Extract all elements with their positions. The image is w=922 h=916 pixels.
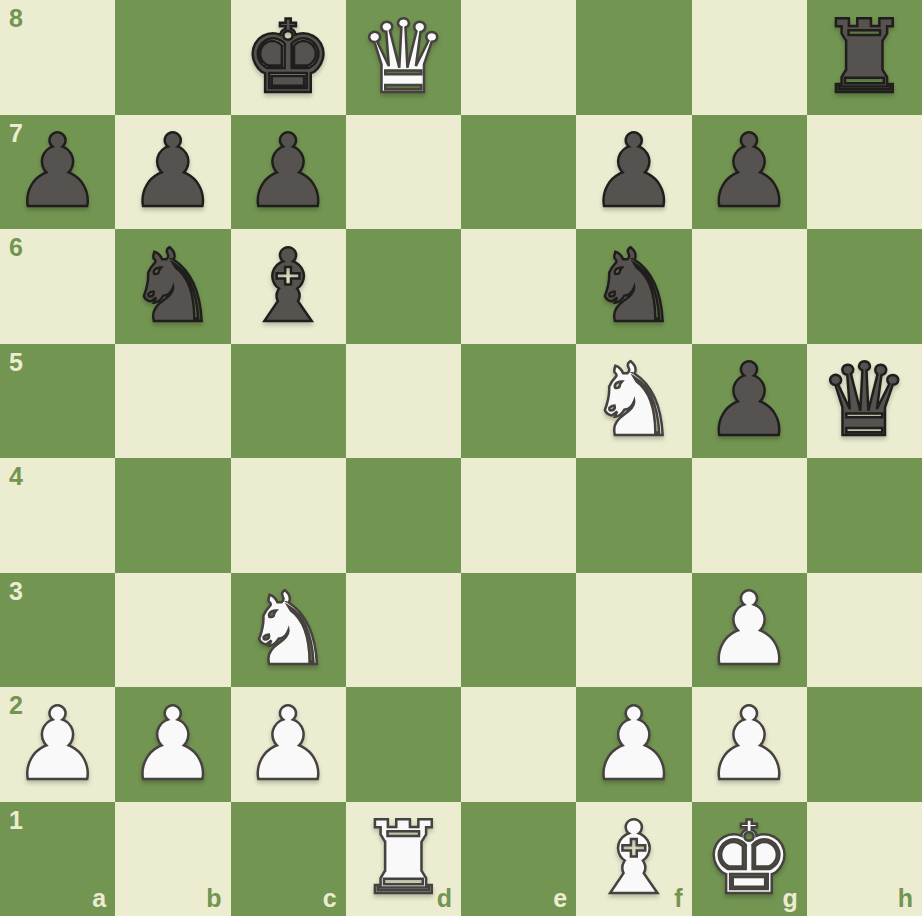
piece-white-pawn-a2[interactable]: ♟	[12, 694, 103, 795]
square-d5[interactable]	[346, 344, 461, 459]
square-e8[interactable]	[461, 0, 576, 115]
square-d7[interactable]	[346, 115, 461, 230]
file-label-b: b	[206, 886, 221, 911]
file-label-c: c	[323, 886, 337, 911]
square-d4[interactable]	[346, 458, 461, 573]
square-b6[interactable]: ♞	[115, 229, 230, 344]
square-e6[interactable]	[461, 229, 576, 344]
square-h2[interactable]	[807, 687, 922, 802]
file-label-a: a	[92, 886, 106, 911]
square-b1[interactable]: b	[115, 802, 230, 916]
rank-label-1: 1	[9, 808, 23, 833]
piece-black-pawn-b7[interactable]: ♟	[128, 121, 219, 222]
square-a1[interactable]: 1a	[0, 802, 115, 916]
square-d8[interactable]: ♛	[346, 0, 461, 115]
chess-board: 8♚♛♜7♟♟♟♟♟6♞♝♞5♞♟♛43♞♟2♟♟♟♟♟1abcd♜ef♝g♚h	[0, 0, 922, 916]
square-a8[interactable]: 8	[0, 0, 115, 115]
square-a3[interactable]: 3	[0, 573, 115, 688]
square-c8[interactable]: ♚	[231, 0, 346, 115]
square-c7[interactable]: ♟	[231, 115, 346, 230]
square-c4[interactable]	[231, 458, 346, 573]
square-e7[interactable]	[461, 115, 576, 230]
piece-black-knight-f6[interactable]: ♞	[589, 236, 680, 337]
square-a7[interactable]: 7♟	[0, 115, 115, 230]
piece-white-rook-d1[interactable]: ♜	[358, 808, 449, 909]
piece-black-pawn-g5[interactable]: ♟	[704, 350, 795, 451]
piece-white-pawn-f2[interactable]: ♟	[589, 694, 680, 795]
piece-black-king-c8[interactable]: ♚	[243, 7, 334, 108]
piece-black-pawn-c7[interactable]: ♟	[243, 121, 334, 222]
square-c2[interactable]: ♟	[231, 687, 346, 802]
square-d6[interactable]	[346, 229, 461, 344]
piece-white-king-g1[interactable]: ♚	[704, 808, 795, 909]
piece-white-knight-f5[interactable]: ♞	[589, 350, 680, 451]
piece-black-queen-h5[interactable]: ♛	[819, 350, 910, 451]
square-h5[interactable]: ♛	[807, 344, 922, 459]
piece-white-pawn-g3[interactable]: ♟	[704, 579, 795, 680]
rank-label-6: 6	[9, 235, 23, 260]
square-c1[interactable]: c	[231, 802, 346, 916]
square-g5[interactable]: ♟	[692, 344, 807, 459]
square-g2[interactable]: ♟	[692, 687, 807, 802]
square-h3[interactable]	[807, 573, 922, 688]
square-b7[interactable]: ♟	[115, 115, 230, 230]
square-g8[interactable]	[692, 0, 807, 115]
square-e3[interactable]	[461, 573, 576, 688]
square-a5[interactable]: 5	[0, 344, 115, 459]
piece-white-pawn-g2[interactable]: ♟	[704, 694, 795, 795]
piece-black-pawn-f7[interactable]: ♟	[589, 121, 680, 222]
square-f8[interactable]	[576, 0, 691, 115]
square-f2[interactable]: ♟	[576, 687, 691, 802]
file-label-e: e	[553, 886, 567, 911]
file-label-h: h	[898, 886, 913, 911]
square-b4[interactable]	[115, 458, 230, 573]
square-h1[interactable]: h	[807, 802, 922, 916]
square-c6[interactable]: ♝	[231, 229, 346, 344]
square-b5[interactable]	[115, 344, 230, 459]
square-h6[interactable]	[807, 229, 922, 344]
square-a2[interactable]: 2♟	[0, 687, 115, 802]
square-g3[interactable]: ♟	[692, 573, 807, 688]
square-g6[interactable]	[692, 229, 807, 344]
square-e4[interactable]	[461, 458, 576, 573]
square-h8[interactable]: ♜	[807, 0, 922, 115]
rank-label-4: 4	[9, 464, 23, 489]
piece-white-queen-d8[interactable]: ♛	[358, 7, 449, 108]
square-c3[interactable]: ♞	[231, 573, 346, 688]
square-f4[interactable]	[576, 458, 691, 573]
square-g1[interactable]: g♚	[692, 802, 807, 916]
square-f1[interactable]: f♝	[576, 802, 691, 916]
square-b3[interactable]	[115, 573, 230, 688]
piece-black-pawn-a7[interactable]: ♟	[12, 121, 103, 222]
piece-black-rook-h8[interactable]: ♜	[819, 7, 910, 108]
rank-label-8: 8	[9, 6, 23, 31]
square-f5[interactable]: ♞	[576, 344, 691, 459]
piece-black-pawn-g7[interactable]: ♟	[704, 121, 795, 222]
square-d1[interactable]: d♜	[346, 802, 461, 916]
piece-white-pawn-b2[interactable]: ♟	[128, 694, 219, 795]
square-f3[interactable]	[576, 573, 691, 688]
square-a6[interactable]: 6	[0, 229, 115, 344]
piece-black-bishop-c6[interactable]: ♝	[243, 236, 334, 337]
square-d3[interactable]	[346, 573, 461, 688]
piece-white-bishop-f1[interactable]: ♝	[589, 808, 680, 909]
square-h4[interactable]	[807, 458, 922, 573]
square-e1[interactable]: e	[461, 802, 576, 916]
square-b2[interactable]: ♟	[115, 687, 230, 802]
piece-white-knight-c3[interactable]: ♞	[243, 579, 334, 680]
square-f7[interactable]: ♟	[576, 115, 691, 230]
rank-label-3: 3	[9, 579, 23, 604]
piece-white-pawn-c2[interactable]: ♟	[243, 694, 334, 795]
rank-label-5: 5	[9, 350, 23, 375]
square-e2[interactable]	[461, 687, 576, 802]
square-d2[interactable]	[346, 687, 461, 802]
square-h7[interactable]	[807, 115, 922, 230]
square-f6[interactable]: ♞	[576, 229, 691, 344]
square-c5[interactable]	[231, 344, 346, 459]
square-e5[interactable]	[461, 344, 576, 459]
square-g4[interactable]	[692, 458, 807, 573]
square-a4[interactable]: 4	[0, 458, 115, 573]
square-g7[interactable]: ♟	[692, 115, 807, 230]
piece-black-knight-b6[interactable]: ♞	[128, 236, 219, 337]
square-b8[interactable]	[115, 0, 230, 115]
